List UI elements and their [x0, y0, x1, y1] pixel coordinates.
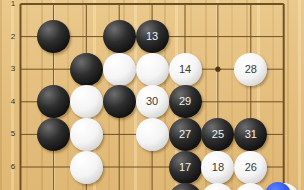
stone-black-c2r2: [37, 20, 70, 53]
stone-white-c8r3: 28: [234, 53, 267, 86]
stone-white-c3r6: [70, 151, 103, 184]
stone-white-c3r4: [70, 85, 103, 118]
stone-white-c3r5: [70, 118, 103, 151]
row-label-3: 3: [6, 65, 20, 73]
move-number: 25: [212, 129, 224, 140]
stone-white-c5r3: [136, 53, 169, 86]
stone-black-c2r5: [37, 118, 70, 151]
row-label-1: 1: [6, 0, 20, 8]
row-label-4: 4: [6, 98, 20, 106]
star-point: [215, 67, 220, 72]
stone-white-c6r3: 14: [169, 53, 202, 86]
move-number: 27: [179, 129, 191, 140]
stone-black-c6r4: 29: [169, 85, 202, 118]
move-number: 13: [146, 31, 158, 42]
stone-white-c4r3: [103, 53, 136, 86]
stone-black-c6r5: 27: [169, 118, 202, 151]
move-number: 29: [179, 96, 191, 107]
row-label-5: 5: [6, 130, 20, 138]
stone-black-c3r3: [70, 53, 103, 86]
stone-white-c7r6: 18: [201, 151, 234, 184]
stone-white-c5r5: [136, 118, 169, 151]
stone-black-c6r6: 17: [169, 151, 202, 184]
stone-black-c4r2: [103, 20, 136, 53]
stone-black-c8r5: 31: [234, 118, 267, 151]
stone-black-c4r4: [103, 85, 136, 118]
move-number: 28: [245, 64, 257, 75]
stone-black-c5r2: 13: [136, 20, 169, 53]
move-number: 30: [146, 96, 158, 107]
move-number: 17: [179, 162, 191, 173]
move-number: 14: [179, 64, 191, 75]
stone-white-c5r4: 30: [136, 85, 169, 118]
row-label-2: 2: [6, 33, 20, 41]
move-number: 18: [212, 162, 224, 173]
move-number: 26: [245, 162, 257, 173]
move-number: 31: [245, 129, 257, 140]
row-label-6: 6: [6, 163, 20, 171]
stone-black-c2r4: [37, 85, 70, 118]
stone-white-c8r6: 26: [234, 151, 267, 184]
go-board[interactable]: 123456 1314283029272531171826: [0, 0, 304, 190]
